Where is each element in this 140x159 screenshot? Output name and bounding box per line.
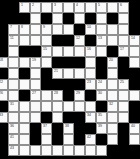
block-cell — [96, 68, 107, 79]
block-cell — [118, 57, 129, 68]
answer-cell[interactable] — [118, 13, 129, 24]
answer-cell[interactable] — [96, 13, 107, 24]
block-cell — [63, 112, 74, 123]
answer-cell[interactable] — [8, 112, 19, 123]
block-cell — [85, 35, 96, 46]
answer-cell[interactable] — [107, 35, 118, 46]
answer-cell[interactable] — [52, 24, 63, 35]
answer-cell[interactable] — [118, 35, 129, 46]
answer-cell[interactable]: 38 — [63, 123, 74, 134]
block-cell — [74, 123, 85, 134]
answer-cell[interactable] — [118, 101, 129, 112]
block-cell — [74, 134, 85, 145]
answer-cell[interactable]: 14 — [129, 35, 140, 46]
block-cell — [85, 90, 96, 101]
answer-cell[interactable]: 17 — [118, 46, 129, 57]
clue-number: 31 — [10, 102, 14, 105]
block-cell — [30, 134, 41, 145]
answer-cell[interactable]: 28 — [52, 90, 63, 101]
answer-cell[interactable] — [8, 46, 19, 57]
answer-cell[interactable]: 24 — [96, 79, 107, 90]
answer-cell[interactable]: 18 — [0, 57, 8, 68]
block-cell — [0, 101, 8, 112]
answer-cell[interactable] — [52, 13, 63, 24]
answer-cell[interactable] — [63, 134, 74, 145]
block-cell — [0, 46, 8, 57]
answer-cell[interactable] — [107, 79, 118, 90]
clue-number: 37 — [43, 124, 47, 127]
block-cell — [0, 13, 8, 24]
clue-number: 23 — [87, 80, 91, 83]
answer-cell[interactable] — [30, 68, 41, 79]
answer-cell[interactable]: 8 — [19, 24, 30, 35]
answer-cell[interactable]: 10 — [85, 24, 96, 35]
answer-cell[interactable] — [8, 90, 19, 101]
answer-cell[interactable] — [41, 134, 52, 145]
answer-cell[interactable] — [30, 13, 41, 24]
answer-cell[interactable] — [19, 35, 30, 46]
answer-cell[interactable]: 9 — [41, 24, 52, 35]
block-cell — [63, 79, 74, 90]
clue-number: 9 — [43, 25, 45, 28]
answer-cell[interactable] — [41, 35, 52, 46]
answer-cell[interactable] — [8, 79, 19, 90]
clue-number: 24 — [98, 80, 102, 83]
clue-number: 33 — [0, 113, 2, 116]
block-cell — [41, 112, 52, 123]
answer-cell[interactable] — [63, 2, 74, 13]
answer-cell[interactable]: 36 — [8, 123, 19, 134]
clue-number: 12 — [76, 36, 80, 39]
answer-cell[interactable] — [118, 112, 129, 123]
clue-number: 17 — [120, 47, 124, 50]
answer-cell[interactable] — [107, 134, 118, 145]
answer-cell[interactable]: 2 — [30, 2, 41, 13]
block-cell — [41, 13, 52, 24]
clue-number: 14 — [131, 36, 135, 39]
block-cell — [74, 79, 85, 90]
answer-cell[interactable] — [74, 68, 85, 79]
answer-cell[interactable]: 39 — [96, 123, 107, 134]
clue-number: 30 — [98, 91, 102, 94]
answer-cell[interactable]: 40 — [129, 123, 140, 134]
answer-cell[interactable] — [107, 24, 118, 35]
answer-cell[interactable]: 21 — [52, 68, 63, 79]
answer-cell[interactable] — [19, 145, 30, 156]
block-cell — [41, 79, 52, 90]
clue-number: 38 — [65, 124, 69, 127]
answer-cell[interactable]: 4 — [74, 2, 85, 13]
answer-cell[interactable] — [63, 46, 74, 57]
answer-cell[interactable] — [107, 2, 118, 13]
block-cell — [107, 145, 118, 156]
answer-cell[interactable]: 20 — [107, 57, 118, 68]
crossword-puzzle: 1234567891011121314151617181920212223242… — [0, 0, 140, 159]
block-cell — [52, 35, 63, 46]
block-cell — [129, 68, 140, 79]
block-cell — [118, 134, 129, 145]
answer-cell[interactable] — [129, 46, 140, 57]
clue-number: 3 — [54, 3, 56, 6]
answer-cell[interactable]: 27 — [30, 90, 41, 101]
answer-cell[interactable]: 16 — [85, 46, 96, 57]
answer-cell[interactable]: 35 — [96, 112, 107, 123]
answer-cell[interactable] — [107, 90, 118, 101]
block-cell — [0, 134, 8, 145]
block-cell — [63, 35, 74, 46]
clue-number: 4 — [76, 3, 78, 6]
answer-cell[interactable] — [85, 57, 96, 68]
clue-number: 20 — [109, 58, 113, 61]
clue-number: 18 — [0, 58, 2, 61]
clue-number: 10 — [87, 25, 91, 28]
clue-number: 15 — [43, 47, 47, 50]
answer-cell[interactable] — [107, 123, 118, 134]
answer-cell[interactable] — [96, 24, 107, 35]
answer-cell[interactable] — [41, 90, 52, 101]
answer-cell[interactable]: 3 — [52, 2, 63, 13]
answer-cell[interactable] — [41, 57, 52, 68]
answer-cell[interactable] — [52, 145, 63, 156]
block-cell — [129, 145, 140, 156]
block-cell — [129, 79, 140, 90]
block-cell — [30, 123, 41, 134]
answer-cell[interactable]: 6 — [118, 2, 129, 13]
answer-cell[interactable]: 32 — [107, 101, 118, 112]
block-cell — [0, 68, 8, 79]
answer-cell[interactable]: 41 — [8, 134, 19, 145]
answer-cell[interactable] — [41, 2, 52, 13]
block-cell — [52, 134, 63, 145]
answer-cell[interactable] — [85, 2, 96, 13]
answer-cell[interactable]: 7 — [8, 24, 19, 35]
block-cell — [107, 46, 118, 57]
block-cell — [129, 112, 140, 123]
clue-number: 25 — [120, 80, 124, 83]
block-cell — [129, 13, 140, 24]
answer-cell[interactable] — [63, 145, 74, 156]
answer-cell[interactable] — [8, 68, 19, 79]
clue-number: 28 — [54, 91, 58, 94]
clue-number: 1 — [21, 3, 23, 6]
answer-cell[interactable] — [41, 145, 52, 156]
answer-cell[interactable] — [19, 79, 30, 90]
answer-cell[interactable]: 33 — [0, 112, 8, 123]
answer-cell[interactable] — [74, 46, 85, 57]
answer-cell[interactable] — [63, 68, 74, 79]
block-cell — [96, 134, 107, 145]
answer-cell[interactable] — [85, 145, 96, 156]
answer-cell[interactable] — [85, 101, 96, 112]
block-cell — [63, 90, 74, 101]
block-cell — [74, 24, 85, 35]
clue-number: 29 — [76, 91, 80, 94]
block-cell — [63, 57, 74, 68]
answer-cell[interactable] — [30, 35, 41, 46]
answer-cell[interactable]: 25 — [118, 79, 129, 90]
answer-cell[interactable] — [30, 24, 41, 35]
clue-number: 27 — [32, 91, 36, 94]
clue-number: 42 — [87, 135, 91, 138]
block-cell — [129, 24, 140, 35]
answer-cell[interactable]: 15 — [41, 46, 52, 57]
block-cell — [8, 13, 19, 24]
block-cell — [19, 46, 30, 57]
answer-cell[interactable]: 34 — [85, 112, 96, 123]
clue-number: 39 — [98, 124, 102, 127]
answer-cell[interactable] — [96, 46, 107, 57]
block-cell — [19, 90, 30, 101]
clue-number: 11 — [10, 36, 14, 39]
answer-cell[interactable]: 5 — [96, 2, 107, 13]
answer-cell[interactable] — [41, 101, 52, 112]
block-cell — [74, 112, 85, 123]
clue-number: 21 — [54, 69, 58, 72]
answer-cell[interactable] — [52, 46, 63, 57]
answer-cell[interactable] — [74, 13, 85, 24]
answer-cell[interactable]: 23 — [85, 79, 96, 90]
clue-number: 13 — [98, 36, 102, 39]
answer-cell[interactable] — [129, 90, 140, 101]
clue-number: 36 — [10, 124, 14, 127]
block-cell — [96, 57, 107, 68]
answer-cell[interactable] — [107, 68, 118, 79]
answer-cell[interactable]: 12 — [74, 35, 85, 46]
answer-cell[interactable] — [52, 101, 63, 112]
clue-number: 34 — [87, 113, 91, 116]
block-cell — [0, 35, 8, 46]
answer-cell[interactable]: 26 — [0, 90, 8, 101]
answer-cell[interactable]: 19 — [30, 57, 41, 68]
answer-cell[interactable]: 31 — [8, 101, 19, 112]
answer-cell[interactable] — [19, 112, 30, 123]
answer-cell[interactable]: 42 — [85, 134, 96, 145]
answer-cell[interactable] — [118, 24, 129, 35]
answer-cell[interactable] — [118, 90, 129, 101]
answer-cell[interactable] — [52, 112, 63, 123]
block-cell — [52, 79, 63, 90]
block-cell — [8, 2, 19, 13]
answer-cell[interactable] — [30, 112, 41, 123]
clue-number: 2 — [32, 3, 34, 6]
block-cell — [118, 68, 129, 79]
answer-cell[interactable] — [19, 134, 30, 145]
answer-cell[interactable]: 43 — [8, 145, 19, 156]
block-cell — [96, 101, 107, 112]
block-cell — [0, 123, 8, 134]
answer-cell[interactable]: 30 — [96, 90, 107, 101]
answer-cell[interactable] — [30, 79, 41, 90]
block-cell — [19, 13, 30, 24]
block-cell — [107, 13, 118, 24]
block-cell — [85, 13, 96, 24]
block-cell — [52, 123, 63, 134]
block-cell — [41, 68, 52, 79]
answer-cell[interactable] — [63, 24, 74, 35]
answer-cell[interactable] — [74, 101, 85, 112]
answer-cell[interactable] — [30, 101, 41, 112]
answer-cell[interactable]: 1 — [19, 2, 30, 13]
clue-number: 6 — [120, 3, 122, 6]
clue-number: 26 — [0, 91, 2, 94]
answer-cell[interactable] — [30, 145, 41, 156]
answer-cell[interactable]: 37 — [41, 123, 52, 134]
answer-cell[interactable] — [85, 68, 96, 79]
answer-cell[interactable] — [107, 112, 118, 123]
block-cell — [129, 101, 140, 112]
clue-number: 43 — [10, 146, 14, 149]
block-cell — [0, 24, 8, 35]
block-cell — [129, 2, 140, 13]
answer-cell[interactable]: 22 — [0, 79, 8, 90]
clue-number: 16 — [87, 47, 91, 50]
clue-number: 35 — [98, 113, 102, 116]
clue-number: 22 — [0, 80, 2, 83]
clue-number: 32 — [109, 102, 113, 105]
block-cell — [30, 46, 41, 57]
block-cell — [63, 13, 74, 24]
clue-number: 7 — [10, 25, 12, 28]
block-cell — [0, 145, 8, 156]
clue-number: 19 — [32, 58, 36, 61]
answer-cell[interactable] — [19, 123, 30, 134]
answer-cell[interactable] — [19, 101, 30, 112]
answer-cell[interactable] — [19, 57, 30, 68]
answer-cell[interactable]: 11 — [8, 35, 19, 46]
answer-cell[interactable] — [63, 101, 74, 112]
clue-number: 8 — [21, 25, 23, 28]
block-cell — [118, 145, 129, 156]
answer-cell[interactable] — [129, 134, 140, 145]
answer-cell[interactable]: 29 — [74, 90, 85, 101]
block-cell — [74, 57, 85, 68]
crossword-grid: 1234567891011121314151617181920212223242… — [0, 2, 140, 156]
answer-cell[interactable] — [96, 145, 107, 156]
clue-number: 5 — [98, 3, 100, 6]
answer-cell[interactable] — [129, 57, 140, 68]
clue-number: 40 — [131, 124, 135, 127]
block-cell — [85, 123, 96, 134]
block-cell — [19, 68, 30, 79]
block-cell — [118, 123, 129, 134]
clue-number: 41 — [10, 135, 14, 138]
answer-cell[interactable]: 13 — [96, 35, 107, 46]
block-cell — [52, 57, 63, 68]
answer-cell[interactable] — [74, 145, 85, 156]
answer-cell[interactable] — [8, 57, 19, 68]
block-cell — [0, 2, 8, 13]
